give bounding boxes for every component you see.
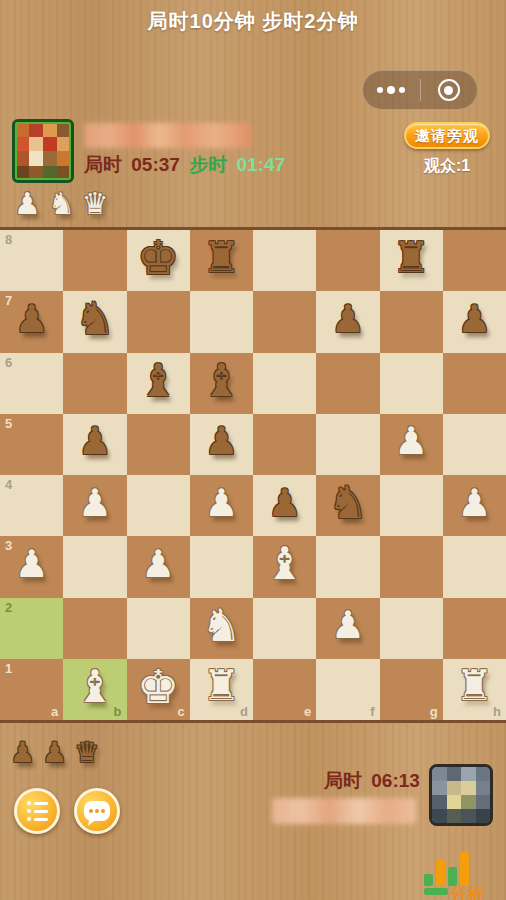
captured-black-queen: ♛ [74, 739, 99, 767]
piece-black-knight-b7[interactable]: ♞ [75, 296, 115, 341]
square-g4[interactable] [380, 475, 443, 536]
audience-count: 观众:1 [424, 156, 470, 177]
top-game-clock-label: 局时 [84, 154, 122, 175]
square-d7[interactable] [190, 291, 253, 352]
rank-label-2: 2 [5, 600, 12, 615]
rank-label-4: 4 [5, 477, 12, 492]
bar-chart-icon [424, 852, 469, 886]
bottom-avatar-pixelated [432, 767, 490, 823]
square-b1[interactable]: b♝ [63, 659, 126, 720]
piece-white-pawn-h4[interactable]: ♟ [457, 484, 491, 522]
square-e6[interactable] [253, 353, 316, 414]
square-h5[interactable] [443, 414, 506, 475]
rank-label-3: 3 [5, 538, 12, 553]
match-time-title: 局时10分钟 步时2分钟 [0, 8, 506, 35]
target-circle-icon [438, 79, 460, 101]
piece-black-bishop-c6[interactable]: ♝ [138, 358, 178, 403]
square-d8[interactable]: ♜ [190, 230, 253, 291]
rank-label-8: 8 [5, 232, 12, 247]
square-d2[interactable]: ♞ [190, 598, 253, 659]
square-h7[interactable]: ♟ [443, 291, 506, 352]
analysis-logo: 分析 [424, 852, 496, 900]
piece-white-bishop-b1[interactable]: ♝ [75, 664, 115, 709]
square-b3[interactable] [63, 536, 126, 597]
square-f1[interactable]: f [316, 659, 379, 720]
square-d6[interactable]: ♝ [190, 353, 253, 414]
square-g7[interactable] [380, 291, 443, 352]
square-g1[interactable]: g [380, 659, 443, 720]
square-d4[interactable]: ♟ [190, 475, 253, 536]
square-h6[interactable] [443, 353, 506, 414]
piece-black-knight-f4[interactable]: ♞ [328, 480, 368, 525]
square-f2[interactable]: ♟ [316, 598, 379, 659]
captured-white-knight: ♞ [48, 189, 75, 219]
square-g3[interactable] [380, 536, 443, 597]
top-player-clocks: 局时 05:37 步时 01:47 [84, 152, 289, 178]
square-g6[interactable] [380, 353, 443, 414]
square-e5[interactable] [253, 414, 316, 475]
bottom-player-name-censored [272, 798, 416, 824]
piece-white-pawn-c3[interactable]: ♟ [141, 545, 175, 583]
captured-white-pieces-tray: ♟♞♛ [14, 185, 109, 219]
captured-black-pieces-tray: ♟♟♛ [10, 731, 99, 767]
square-b8[interactable] [63, 230, 126, 291]
file-label-c: c [178, 704, 185, 719]
piece-white-pawn-b4[interactable]: ♟ [78, 484, 112, 522]
square-e3[interactable]: ♝ [253, 536, 316, 597]
file-label-g: g [430, 704, 438, 719]
square-b6[interactable] [63, 353, 126, 414]
captured-black-pawn: ♟ [42, 739, 67, 767]
square-a4[interactable]: 4 [0, 475, 63, 536]
square-b7[interactable]: ♞ [63, 291, 126, 352]
square-h2[interactable] [443, 598, 506, 659]
square-e4[interactable]: ♟ [253, 475, 316, 536]
square-b2[interactable] [63, 598, 126, 659]
piece-white-pawn-g5[interactable]: ♟ [394, 422, 428, 460]
square-c7[interactable] [127, 291, 190, 352]
captured-white-queen: ♛ [82, 189, 109, 219]
invite-spectate-button[interactable]: 邀请旁观 [404, 122, 490, 149]
square-h8[interactable] [443, 230, 506, 291]
square-c5[interactable] [127, 414, 190, 475]
top-avatar-pixelated [15, 122, 71, 180]
square-g8[interactable]: ♜ [380, 230, 443, 291]
square-f4[interactable]: ♞ [316, 475, 379, 536]
more-dots-icon [377, 86, 405, 94]
piece-white-knight-d2[interactable]: ♞ [201, 603, 241, 648]
square-a2[interactable]: 2 [0, 598, 63, 659]
square-a8[interactable]: 8 [0, 230, 63, 291]
square-a7[interactable]: 7♟ [0, 291, 63, 352]
chat-bubble-icon [84, 801, 110, 821]
square-f6[interactable] [316, 353, 379, 414]
square-h1[interactable]: h♜ [443, 659, 506, 720]
square-e1[interactable]: e [253, 659, 316, 720]
square-f7[interactable]: ♟ [316, 291, 379, 352]
file-label-e: e [304, 704, 311, 719]
top-player-name-censored [84, 123, 252, 148]
bottom-player-avatar[interactable] [429, 764, 493, 826]
square-c3[interactable]: ♟ [127, 536, 190, 597]
square-e8[interactable] [253, 230, 316, 291]
piece-black-bishop-d6[interactable]: ♝ [201, 358, 241, 403]
file-label-d: d [240, 704, 248, 719]
bottom-game-clock-value: 06:13 [371, 770, 420, 791]
square-g2[interactable] [380, 598, 443, 659]
square-f5[interactable] [316, 414, 379, 475]
top-player-avatar[interactable] [12, 119, 74, 183]
bottom-game-clock-label: 局时 [324, 770, 362, 791]
piece-white-rook-d1[interactable]: ♜ [203, 665, 241, 707]
square-h4[interactable]: ♟ [443, 475, 506, 536]
bottom-player-clock: 局时 06:13 [324, 768, 424, 794]
game-screen: 局时10分钟 步时2分钟 局时 05:37 步时 01:47 邀请旁观 观众:1… [0, 0, 506, 900]
piece-white-bishop-e3[interactable]: ♝ [264, 541, 304, 586]
file-label-a: a [51, 704, 58, 719]
square-d3[interactable] [190, 536, 253, 597]
square-b5[interactable]: ♟ [63, 414, 126, 475]
piece-black-rook-d8[interactable]: ♜ [203, 237, 241, 279]
file-label-h: h [493, 704, 501, 719]
menu-list-icon [27, 801, 48, 821]
bar-chart-base [424, 888, 448, 895]
square-d1[interactable]: d♜ [190, 659, 253, 720]
chess-board: 8♚♜♜7♟♞♟♟6♝♝5♟♟♟4♟♟♟♞♟3♟♟♝2♞♟1ab♝c♚d♜efg… [0, 227, 506, 723]
square-c1[interactable]: c♚ [127, 659, 190, 720]
piece-white-king-c1[interactable]: ♚ [137, 663, 179, 710]
captured-white-pawn: ♟ [14, 189, 41, 219]
piece-white-pawn-d4[interactable]: ♟ [204, 484, 238, 522]
wechat-capsule [362, 70, 478, 110]
menu-button[interactable] [14, 788, 60, 834]
square-e2[interactable] [253, 598, 316, 659]
chat-button[interactable] [74, 788, 120, 834]
piece-black-rook-g8[interactable]: ♜ [392, 237, 430, 279]
square-a3[interactable]: 3♟ [0, 536, 63, 597]
square-c2[interactable] [127, 598, 190, 659]
square-a6[interactable]: 6 [0, 353, 63, 414]
file-label-f: f [370, 704, 374, 719]
square-g5[interactable]: ♟ [380, 414, 443, 475]
square-a5[interactable]: 5 [0, 414, 63, 475]
rank-label-1: 1 [5, 661, 12, 676]
minimize-button[interactable] [421, 71, 478, 109]
piece-white-rook-h1[interactable]: ♜ [456, 665, 494, 707]
file-label-b: b [114, 704, 122, 719]
square-d5[interactable]: ♟ [190, 414, 253, 475]
piece-black-pawn-a7[interactable]: ♟ [15, 300, 49, 338]
square-h3[interactable] [443, 536, 506, 597]
piece-black-pawn-f7[interactable]: ♟ [331, 300, 365, 338]
analysis-logo-text: 分析 [450, 883, 484, 900]
piece-black-pawn-e4[interactable]: ♟ [268, 484, 302, 522]
rank-label-5: 5 [5, 416, 12, 431]
top-move-clock-label: 步时 [189, 154, 227, 175]
square-f8[interactable] [316, 230, 379, 291]
square-e7[interactable] [253, 291, 316, 352]
captured-black-pawn: ♟ [10, 739, 35, 767]
rank-label-7: 7 [5, 293, 12, 308]
more-button[interactable] [363, 71, 420, 109]
piece-black-pawn-b5[interactable]: ♟ [78, 422, 112, 460]
square-a1[interactable]: 1a [0, 659, 63, 720]
piece-white-pawn-a3[interactable]: ♟ [15, 545, 49, 583]
piece-black-king-c8[interactable]: ♚ [137, 234, 179, 281]
square-b4[interactable]: ♟ [63, 475, 126, 536]
square-c4[interactable] [127, 475, 190, 536]
square-c8[interactable]: ♚ [127, 230, 190, 291]
rank-label-6: 6 [5, 355, 12, 370]
piece-white-pawn-f2[interactable]: ♟ [331, 606, 365, 644]
piece-black-pawn-h7[interactable]: ♟ [457, 300, 491, 338]
top-game-clock-value: 05:37 [131, 154, 180, 175]
square-f3[interactable] [316, 536, 379, 597]
piece-black-pawn-d5[interactable]: ♟ [204, 422, 238, 460]
top-move-clock-value: 01:47 [236, 154, 285, 175]
square-c6[interactable]: ♝ [127, 353, 190, 414]
